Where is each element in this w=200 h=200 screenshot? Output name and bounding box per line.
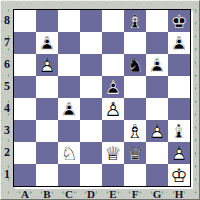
square-d7[interactable] — [80, 32, 102, 54]
rank-label-5: 5 — [1, 75, 13, 97]
square-b8[interactable] — [36, 10, 58, 32]
square-b6[interactable]: ♟♙ — [36, 54, 58, 76]
square-d6[interactable] — [80, 54, 102, 76]
rank-label-6: 6 — [1, 53, 13, 75]
square-d4[interactable] — [80, 98, 102, 120]
square-c8[interactable] — [58, 10, 80, 32]
white-knight[interactable]: ♞♘ — [58, 142, 80, 164]
square-d1[interactable] — [80, 164, 102, 186]
black-queen[interactable]: ♛♕ — [124, 142, 146, 164]
square-e8[interactable] — [102, 10, 124, 32]
square-h3[interactable]: ♝♗ — [168, 120, 190, 142]
rank-label-7: 7 — [1, 31, 13, 53]
file-label-h: H — [168, 188, 190, 200]
white-pawn[interactable]: ♟♙ — [146, 120, 168, 142]
white-king[interactable]: ♚♔ — [168, 164, 190, 186]
square-a5[interactable] — [14, 76, 36, 98]
square-f8[interactable]: ♝♗ — [124, 10, 146, 32]
chess-board-frame: 87654321 ♝♗♚♔♟♙♟♙♟♙♞♘♟♙♟♙♟♙♟♙♝♗♟♙♝♗♞♘♛♕♛… — [0, 0, 200, 200]
square-e3[interactable] — [102, 120, 124, 142]
square-g1[interactable] — [146, 164, 168, 186]
file-label-d: D — [80, 188, 102, 200]
square-c5[interactable] — [58, 76, 80, 98]
file-label-a: A — [14, 188, 36, 200]
square-e5[interactable]: ♟♙ — [102, 76, 124, 98]
rank-label-8: 8 — [1, 9, 13, 31]
black-pawn[interactable]: ♟♙ — [168, 32, 190, 54]
square-h1[interactable]: ♚♔ — [168, 164, 190, 186]
square-a3[interactable] — [14, 120, 36, 142]
square-e6[interactable] — [102, 54, 124, 76]
square-g4[interactable] — [146, 98, 168, 120]
square-c2[interactable]: ♞♘ — [58, 142, 80, 164]
square-c1[interactable] — [58, 164, 80, 186]
square-a6[interactable] — [14, 54, 36, 76]
black-pawn[interactable]: ♟♙ — [58, 98, 80, 120]
square-f4[interactable] — [124, 98, 146, 120]
square-a8[interactable] — [14, 10, 36, 32]
square-g5[interactable] — [146, 76, 168, 98]
white-queen[interactable]: ♛♕ — [102, 142, 124, 164]
black-bishop[interactable]: ♝♗ — [168, 120, 190, 142]
square-h4[interactable] — [168, 98, 190, 120]
file-label-f: F — [124, 188, 146, 200]
square-f6[interactable]: ♞♘ — [124, 54, 146, 76]
square-g8[interactable] — [146, 10, 168, 32]
square-h6[interactable] — [168, 54, 190, 76]
square-g3[interactable]: ♟♙ — [146, 120, 168, 142]
white-pawn[interactable]: ♟♙ — [36, 54, 58, 76]
square-a2[interactable] — [14, 142, 36, 164]
square-b2[interactable] — [36, 142, 58, 164]
file-label-g: G — [146, 188, 168, 200]
rank-labels: 87654321 — [1, 9, 13, 185]
square-e1[interactable] — [102, 164, 124, 186]
square-b3[interactable] — [36, 120, 58, 142]
rank-label-3: 3 — [1, 119, 13, 141]
square-g6[interactable]: ♟♙ — [146, 54, 168, 76]
square-c4[interactable]: ♟♙ — [58, 98, 80, 120]
square-d8[interactable] — [80, 10, 102, 32]
square-c6[interactable] — [58, 54, 80, 76]
square-d5[interactable] — [80, 76, 102, 98]
white-pawn[interactable]: ♟♙ — [168, 142, 190, 164]
black-king[interactable]: ♚♔ — [168, 10, 190, 32]
square-c3[interactable] — [58, 120, 80, 142]
square-b4[interactable] — [36, 98, 58, 120]
file-label-e: E — [102, 188, 124, 200]
black-knight[interactable]: ♞♘ — [124, 54, 146, 76]
rank-label-2: 2 — [1, 141, 13, 163]
file-labels: ABCDEFGH — [14, 188, 190, 200]
square-d3[interactable] — [80, 120, 102, 142]
chess-board: ♝♗♚♔♟♙♟♙♟♙♞♘♟♙♟♙♟♙♟♙♝♗♟♙♝♗♞♘♛♕♛♕♟♙♚♔ — [13, 9, 191, 187]
square-f3[interactable]: ♝♗ — [124, 120, 146, 142]
white-bishop[interactable]: ♝♗ — [124, 120, 146, 142]
square-g2[interactable] — [146, 142, 168, 164]
black-pawn[interactable]: ♟♙ — [146, 54, 168, 76]
square-c7[interactable] — [58, 32, 80, 54]
square-e2[interactable]: ♛♕ — [102, 142, 124, 164]
square-h5[interactable] — [168, 76, 190, 98]
black-bishop[interactable]: ♝♗ — [124, 10, 146, 32]
square-h8[interactable]: ♚♔ — [168, 10, 190, 32]
file-label-c: C — [58, 188, 80, 200]
square-f2[interactable]: ♛♕ — [124, 142, 146, 164]
black-pawn[interactable]: ♟♙ — [102, 76, 124, 98]
square-f1[interactable] — [124, 164, 146, 186]
square-b7[interactable]: ♟♙ — [36, 32, 58, 54]
square-e4[interactable]: ♟♙ — [102, 98, 124, 120]
square-h2[interactable]: ♟♙ — [168, 142, 190, 164]
square-b1[interactable] — [36, 164, 58, 186]
square-g7[interactable] — [146, 32, 168, 54]
square-a1[interactable] — [14, 164, 36, 186]
square-e7[interactable] — [102, 32, 124, 54]
square-d2[interactable] — [80, 142, 102, 164]
square-a7[interactable] — [14, 32, 36, 54]
square-h7[interactable]: ♟♙ — [168, 32, 190, 54]
white-pawn[interactable]: ♟♙ — [102, 98, 124, 120]
square-a4[interactable] — [14, 98, 36, 120]
file-label-b: B — [36, 188, 58, 200]
square-f5[interactable] — [124, 76, 146, 98]
square-b5[interactable] — [36, 76, 58, 98]
black-pawn[interactable]: ♟♙ — [36, 32, 58, 54]
rank-label-1: 1 — [1, 163, 13, 185]
rank-label-4: 4 — [1, 97, 13, 119]
square-f7[interactable] — [124, 32, 146, 54]
